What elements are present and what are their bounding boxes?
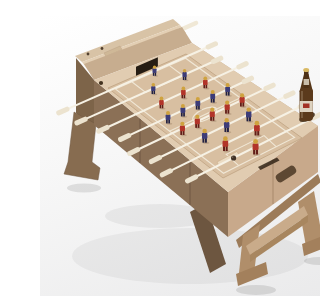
bottle-cap xyxy=(303,68,309,72)
rod-2-far-handle xyxy=(214,58,221,61)
player-head xyxy=(181,104,185,108)
player-head xyxy=(240,93,244,97)
bottle-neck-label xyxy=(304,79,310,85)
player-head xyxy=(253,139,258,144)
player-torso xyxy=(182,72,186,77)
player-head xyxy=(210,108,214,112)
foosball-scene xyxy=(40,16,320,296)
ball-highlight xyxy=(232,156,233,157)
beer-bottle xyxy=(298,68,317,124)
player-torso xyxy=(224,122,229,128)
player-head xyxy=(166,111,170,115)
far-board-hole xyxy=(87,53,90,56)
player-head xyxy=(225,100,229,104)
player-torso xyxy=(195,101,200,106)
player-head xyxy=(224,118,228,122)
player-torso xyxy=(225,87,230,92)
player-torso xyxy=(246,111,251,117)
rod-3-near-handle xyxy=(99,127,107,131)
player-torso xyxy=(254,125,260,131)
player-torso xyxy=(223,140,229,146)
player-head xyxy=(153,65,156,68)
player-head xyxy=(255,121,260,126)
rod-4-near-handle xyxy=(121,136,129,140)
player-torso xyxy=(225,104,230,110)
bottle-label-emblem xyxy=(303,104,310,109)
player-head xyxy=(223,136,228,141)
foosball-photo: A tabletop foosball (table football) gam… xyxy=(40,16,320,296)
rod-1-near-handle xyxy=(59,109,67,113)
player-head xyxy=(195,115,199,119)
player-torso xyxy=(195,118,200,124)
player-torso xyxy=(253,143,259,150)
player-torso xyxy=(159,100,164,105)
rod-3-far-handle xyxy=(239,64,246,67)
rod-6-far-handle xyxy=(286,93,293,96)
player-head xyxy=(226,83,230,87)
player-torso xyxy=(210,111,215,117)
player-torso xyxy=(210,94,215,99)
player-head xyxy=(160,97,164,101)
player-head xyxy=(203,76,207,80)
player-head xyxy=(202,129,206,133)
player-torso xyxy=(181,90,186,95)
player-torso xyxy=(152,68,156,72)
ball-body xyxy=(231,155,236,160)
ball xyxy=(231,155,236,160)
player-head xyxy=(183,69,187,73)
player-torso xyxy=(240,97,245,103)
rod-6-near-handle xyxy=(151,158,159,162)
player-torso xyxy=(166,114,171,119)
player-head xyxy=(152,83,156,87)
far-board-hole xyxy=(101,47,104,50)
rod-5-near-handle xyxy=(130,150,138,154)
player-head xyxy=(182,87,186,91)
player-head xyxy=(196,97,200,101)
rail-hole xyxy=(99,81,103,85)
rod-5-far-handle xyxy=(266,85,273,88)
player-torso xyxy=(180,108,185,113)
player-head xyxy=(180,122,184,126)
player-head xyxy=(211,90,215,94)
rod-4-far-handle xyxy=(244,78,251,81)
right-front-foot-shadow xyxy=(236,285,276,295)
rod-2-near-handle xyxy=(77,119,85,123)
player-torso xyxy=(202,133,207,139)
player-torso xyxy=(180,125,185,131)
left-foot-shadow xyxy=(67,184,101,193)
player-torso xyxy=(203,80,208,85)
player-head xyxy=(247,107,251,111)
player-torso xyxy=(151,86,155,91)
rod-7-near-handle xyxy=(162,171,170,175)
rod-1-far-handle xyxy=(208,44,215,47)
